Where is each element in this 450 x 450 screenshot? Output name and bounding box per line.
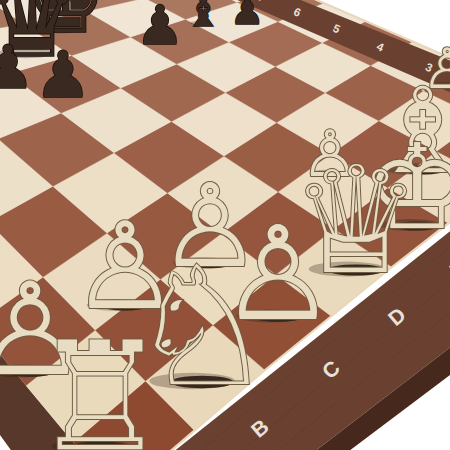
piece-black-bishop-g8[interactable]: ♝ xyxy=(185,0,221,35)
piece-black-pawn-f7[interactable]: ♟ xyxy=(136,0,184,57)
chessboard-photo: ABCDEFGH12345678♟♝♚♟♛♟♙♟♗♙♔♙♕♙♙♙♘♖ xyxy=(0,0,450,450)
piece-black-pawn-h7[interactable]: ♟ xyxy=(230,0,264,33)
piece-black-pawn-d7[interactable]: ♟ xyxy=(34,38,91,112)
piece-black-pawn-c7[interactable]: ♟ xyxy=(0,32,35,102)
piece-white-rook-a1[interactable]: ♖ xyxy=(33,310,167,450)
chess-board: ABCDEFGH12345678♟♝♚♟♛♟♙♟♗♙♔♙♕♙♙♙♘♖ xyxy=(0,0,450,450)
